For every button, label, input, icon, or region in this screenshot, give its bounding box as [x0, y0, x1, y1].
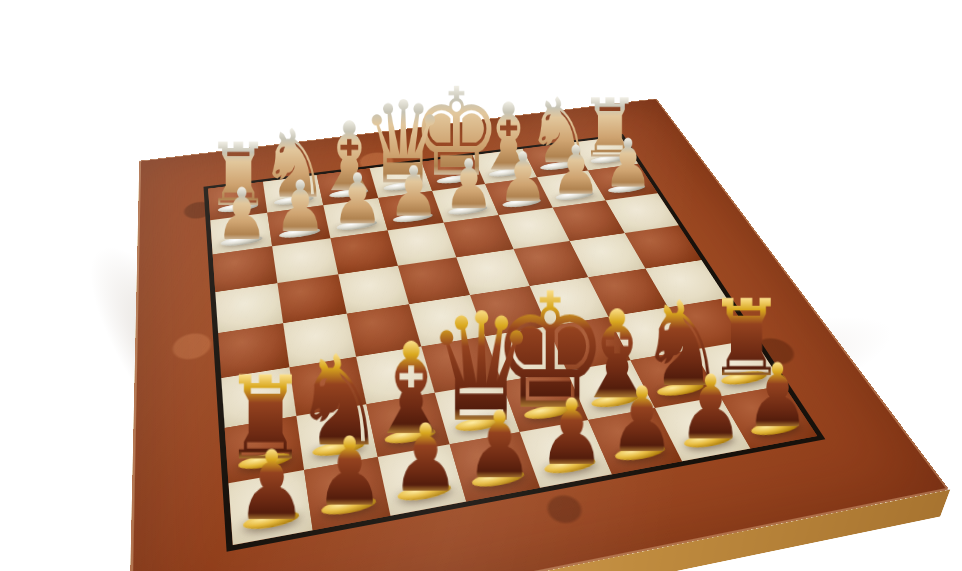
piece-gold-pawn[interactable]: ♟	[236, 448, 307, 525]
piece-silver-pawn[interactable]: ♟	[551, 144, 601, 198]
piece-silver-pawn[interactable]: ♟	[332, 172, 384, 228]
square-a6[interactable]	[213, 246, 278, 292]
square-a1[interactable]: ♟	[229, 470, 313, 545]
piece-silver-pawn[interactable]: ♟	[498, 151, 548, 205]
square-c6[interactable]	[330, 230, 397, 274]
piece-gold-pawn[interactable]: ♟	[609, 385, 675, 457]
square-d1[interactable]: ♟	[450, 432, 540, 502]
square-c5[interactable]	[338, 266, 409, 314]
piece-silver-pawn[interactable]: ♟	[444, 158, 495, 213]
piece-gold-pawn[interactable]: ♟	[745, 361, 810, 431]
square-b1[interactable]: ♟	[304, 457, 390, 530]
square-e1[interactable]: ♟	[520, 420, 612, 488]
playing-area: ♜♞♝♛♚♝♞♜♟♟♟♟♟♟♟♟♜♞♝♛♚♝♞♜♟♟♟♟♟♟♟♟	[203, 134, 825, 552]
square-b6[interactable]	[272, 238, 338, 283]
piece-silver-pawn[interactable]: ♟	[604, 137, 653, 190]
piece-gold-pawn[interactable]: ♟	[678, 373, 744, 444]
square-c1[interactable]: ♟	[378, 444, 466, 515]
piece-gold-pawn[interactable]: ♟	[315, 435, 385, 511]
piece-gold-pawn[interactable]: ♟	[466, 409, 534, 483]
board-border-frame: ♜♞♝♛♚♝♞♜♟♟♟♟♟♟♟♟♜♞♝♛♚♝♞♜♟♟♟♟♟♟♟♟	[129, 98, 950, 571]
piece-gold-pawn[interactable]: ♟	[391, 422, 460, 497]
piece-silver-pawn[interactable]: ♟	[388, 165, 439, 221]
chess-board: ♜♞♝♛♚♝♞♜♟♟♟♟♟♟♟♟♜♞♝♛♚♝♞♜♟♟♟♟♟♟♟♟	[129, 98, 950, 571]
photo-scene: ♜♞♝♛♚♝♞♜♟♟♟♟♟♟♟♟♜♞♝♛♚♝♞♜♟♟♟♟♟♟♟♟	[0, 0, 962, 571]
piece-silver-pawn[interactable]: ♟	[216, 186, 269, 243]
piece-gold-pawn[interactable]: ♟	[538, 397, 605, 470]
piece-silver-pawn[interactable]: ♟	[274, 179, 326, 236]
square-d6[interactable]	[388, 223, 457, 266]
